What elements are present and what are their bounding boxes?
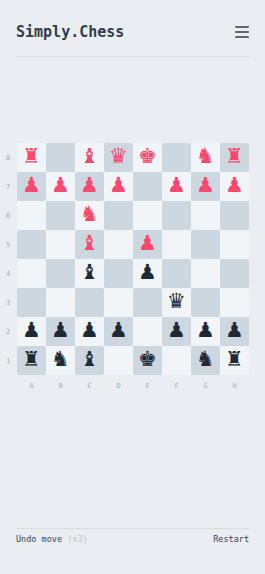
square-a6[interactable] (17, 201, 46, 230)
piece-black-pawn: ♟ (22, 175, 41, 196)
piece-black-pawn: ♟ (196, 175, 215, 196)
square-e4[interactable]: ♟ (133, 259, 162, 288)
piece-white-bishop: ♝ (80, 262, 99, 283)
hamburger-icon (235, 26, 249, 28)
square-b5[interactable] (46, 230, 75, 259)
header-divider (16, 56, 249, 57)
piece-black-bishop: ♝ (80, 146, 99, 167)
piece-black-king: ♚ (138, 146, 157, 167)
piece-black-pawn: ♟ (109, 175, 128, 196)
square-e8[interactable]: ♚ (133, 143, 162, 172)
file-label-a: A (17, 380, 46, 392)
square-d6[interactable] (104, 201, 133, 230)
square-c3[interactable] (75, 288, 104, 317)
undo-move-button[interactable]: Undo move (x3) (16, 534, 88, 544)
square-g7[interactable]: ♟ (191, 172, 220, 201)
file-label-h: H (220, 380, 249, 392)
piece-white-pawn: ♟ (22, 320, 41, 341)
piece-white-pawn: ♟ (225, 320, 244, 341)
square-c1[interactable]: ♝ (75, 346, 104, 375)
rank-label-7: 7 (2, 172, 14, 201)
piece-white-pawn: ♟ (51, 320, 70, 341)
square-g3[interactable] (191, 288, 220, 317)
rank-label-8: 8 (2, 143, 14, 172)
square-g8[interactable]: ♞ (191, 143, 220, 172)
piece-white-queen: ♛ (167, 291, 186, 312)
square-h7[interactable]: ♟ (220, 172, 249, 201)
square-b7[interactable]: ♟ (46, 172, 75, 201)
piece-black-pawn: ♟ (51, 175, 70, 196)
square-f5[interactable] (162, 230, 191, 259)
square-c5[interactable]: ♝ (75, 230, 104, 259)
square-f6[interactable] (162, 201, 191, 230)
square-d2[interactable]: ♟ (104, 317, 133, 346)
rank-label-6: 6 (2, 201, 14, 230)
square-f1[interactable] (162, 346, 191, 375)
square-h8[interactable]: ♜ (220, 143, 249, 172)
restart-button[interactable]: Restart (213, 534, 249, 544)
piece-black-pawn: ♟ (138, 233, 157, 254)
square-b4[interactable] (46, 259, 75, 288)
piece-white-pawn: ♟ (80, 320, 99, 341)
square-d3[interactable] (104, 288, 133, 317)
undo-move-label: Undo move (16, 534, 62, 544)
menu-button[interactable] (235, 26, 249, 38)
file-label-f: F (162, 380, 191, 392)
rank-label-1: 1 (2, 346, 14, 375)
square-b8[interactable] (46, 143, 75, 172)
piece-white-pawn: ♟ (196, 320, 215, 341)
rank-label-4: 4 (2, 259, 14, 288)
square-e6[interactable] (133, 201, 162, 230)
square-g2[interactable]: ♟ (191, 317, 220, 346)
square-e3[interactable] (133, 288, 162, 317)
square-h6[interactable] (220, 201, 249, 230)
undo-count: (x3) (67, 534, 87, 544)
square-a5[interactable] (17, 230, 46, 259)
file-label-c: C (75, 380, 104, 392)
app-screen: Simply.Chess 87654321 ♜♝♛♚♞♜♟♟♟♟♟♟♟♞♝♟♝♟… (0, 0, 265, 574)
piece-white-king: ♚ (138, 349, 157, 370)
square-a2[interactable]: ♟ (17, 317, 46, 346)
square-h5[interactable] (220, 230, 249, 259)
rank-labels: 87654321 (2, 143, 14, 375)
file-label-b: B (46, 380, 75, 392)
file-label-g: G (191, 380, 220, 392)
piece-black-knight: ♞ (80, 204, 99, 225)
square-c2[interactable]: ♟ (75, 317, 104, 346)
square-b3[interactable] (46, 288, 75, 317)
file-label-d: D (104, 380, 133, 392)
square-c7[interactable]: ♟ (75, 172, 104, 201)
rank-label-2: 2 (2, 317, 14, 346)
square-d8[interactable]: ♛ (104, 143, 133, 172)
square-d5[interactable] (104, 230, 133, 259)
piece-black-pawn: ♟ (80, 175, 99, 196)
square-e5[interactable]: ♟ (133, 230, 162, 259)
piece-black-rook: ♜ (225, 146, 244, 167)
square-e1[interactable]: ♚ (133, 346, 162, 375)
square-e2[interactable] (133, 317, 162, 346)
piece-white-rook: ♜ (22, 349, 41, 370)
square-f8[interactable] (162, 143, 191, 172)
file-labels: ABCDEFGH (17, 380, 249, 392)
square-f4[interactable] (162, 259, 191, 288)
header: Simply.Chess (16, 22, 249, 42)
piece-black-queen: ♛ (109, 146, 128, 167)
square-a8[interactable]: ♜ (17, 143, 46, 172)
square-a7[interactable]: ♟ (17, 172, 46, 201)
square-g1[interactable]: ♞ (191, 346, 220, 375)
square-b6[interactable] (46, 201, 75, 230)
piece-white-pawn: ♟ (167, 320, 186, 341)
square-h4[interactable] (220, 259, 249, 288)
app-title: Simply.Chess (16, 23, 124, 41)
square-a3[interactable] (17, 288, 46, 317)
piece-white-pawn: ♟ (138, 262, 157, 283)
file-label-e: E (133, 380, 162, 392)
piece-black-rook: ♜ (22, 146, 41, 167)
piece-white-knight: ♞ (196, 349, 215, 370)
square-d4[interactable] (104, 259, 133, 288)
square-g6[interactable] (191, 201, 220, 230)
square-h2[interactable]: ♟ (220, 317, 249, 346)
rank-label-5: 5 (2, 230, 14, 259)
square-f2[interactable]: ♟ (162, 317, 191, 346)
piece-white-knight: ♞ (51, 349, 70, 370)
square-e7[interactable] (133, 172, 162, 201)
square-b1[interactable]: ♞ (46, 346, 75, 375)
square-g5[interactable] (191, 230, 220, 259)
square-h1[interactable]: ♜ (220, 346, 249, 375)
footer-divider (16, 528, 249, 529)
rank-label-3: 3 (2, 288, 14, 317)
piece-black-pawn: ♟ (167, 175, 186, 196)
square-f7[interactable]: ♟ (162, 172, 191, 201)
square-c6[interactable]: ♞ (75, 201, 104, 230)
square-d7[interactable]: ♟ (104, 172, 133, 201)
piece-black-bishop: ♝ (80, 233, 99, 254)
square-b2[interactable]: ♟ (46, 317, 75, 346)
square-a4[interactable] (17, 259, 46, 288)
square-g4[interactable] (191, 259, 220, 288)
piece-white-pawn: ♟ (109, 320, 128, 341)
piece-white-bishop: ♝ (80, 349, 99, 370)
piece-black-knight: ♞ (196, 146, 215, 167)
square-c8[interactable]: ♝ (75, 143, 104, 172)
square-c4[interactable]: ♝ (75, 259, 104, 288)
piece-black-pawn: ♟ (225, 175, 244, 196)
footer: Undo move (x3) Restart (16, 531, 249, 547)
square-f3[interactable]: ♛ (162, 288, 191, 317)
square-h3[interactable] (220, 288, 249, 317)
piece-white-rook: ♜ (225, 349, 244, 370)
chess-board: ♜♝♛♚♞♜♟♟♟♟♟♟♟♞♝♟♝♟♛♟♟♟♟♟♟♟♜♞♝♚♞♜ (17, 143, 249, 375)
square-d1[interactable] (104, 346, 133, 375)
square-a1[interactable]: ♜ (17, 346, 46, 375)
